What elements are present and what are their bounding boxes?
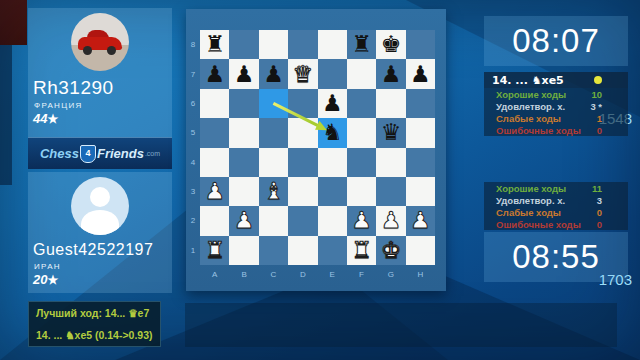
square-f8[interactable]: ♜	[347, 30, 376, 59]
white-rook: ♜	[351, 239, 372, 262]
square-g4[interactable]	[376, 148, 405, 177]
engine-hint-box: Лучший ход: 14... ♛e7 14. ... ♞xe5 (0.14…	[28, 301, 161, 347]
stat-row: Ошибочные ходы0	[484, 124, 628, 136]
stat-label: Удовлетвор. х.	[496, 195, 565, 206]
app-window: Rh31290 ФРАНЦИЯ 44★ 1548 Chess4Friends.c…	[0, 0, 640, 360]
black-pawn: ♟	[381, 63, 402, 86]
move-quality-stats-bottom: Хорошие ходы11Удовлетвор. х.3Слабые ходы…	[484, 182, 628, 230]
person-icon	[90, 187, 110, 207]
stat-value: 3 *	[590, 101, 602, 112]
square-b6[interactable]	[229, 89, 258, 118]
turn-indicator-dot	[594, 76, 602, 84]
white-pawn: ♟	[410, 209, 431, 232]
square-d2[interactable]	[288, 206, 317, 235]
stat-value: 11	[592, 183, 602, 194]
square-e5[interactable]: ♞	[318, 118, 347, 147]
clock-top: 08:07	[484, 16, 628, 66]
stat-value: 1	[597, 113, 602, 124]
file-labels: ABCDEFGH	[200, 267, 435, 281]
square-e1[interactable]	[318, 236, 347, 265]
square-e2[interactable]	[318, 206, 347, 235]
square-f1[interactable]: ♜	[347, 236, 376, 265]
stat-row: Ошибочные ходы0	[484, 218, 628, 230]
background-edge	[0, 45, 12, 185]
stat-value: 0	[597, 125, 602, 136]
square-h2[interactable]: ♟	[406, 206, 435, 235]
stat-row: Удовлетвор. х.3	[484, 194, 628, 206]
stat-label: Хорошие ходы	[496, 89, 566, 100]
black-rook: ♜	[351, 33, 372, 56]
rank-labels: 87654321	[186, 30, 200, 265]
square-c1[interactable]	[259, 236, 288, 265]
stat-label: Ошибочные ходы	[496, 219, 581, 230]
black-rook: ♜	[204, 33, 225, 56]
square-e8[interactable]	[318, 30, 347, 59]
file-label-d: D	[288, 267, 317, 281]
square-g1[interactable]: ♚	[376, 236, 405, 265]
played-move-eval: 14. ... ♞xe5 (0.14->0.93)	[36, 329, 156, 341]
black-king: ♚	[381, 33, 402, 56]
square-d8[interactable]	[288, 30, 317, 59]
last-move-text: 14. ... ♞xe5	[492, 74, 564, 87]
player-top-stars: 44★	[33, 111, 58, 126]
square-d7[interactable]: ♛	[288, 59, 317, 88]
stat-label: Слабые ходы	[496, 207, 561, 218]
rank-label-1: 1	[186, 236, 200, 265]
file-label-e: E	[318, 267, 347, 281]
clock-top-time: 08:07	[512, 22, 600, 60]
square-b3[interactable]	[229, 177, 258, 206]
square-g3[interactable]	[376, 177, 405, 206]
square-d1[interactable]	[288, 236, 317, 265]
square-g6[interactable]	[376, 89, 405, 118]
stat-value: 3	[597, 195, 602, 206]
best-move-hint: Лучший ход: 14... ♛e7	[36, 307, 156, 319]
square-g2[interactable]: ♟	[376, 206, 405, 235]
chess4friends-logo: Chess4Friends.com	[28, 137, 172, 169]
black-pawn: ♟	[204, 63, 225, 86]
square-d4[interactable]	[288, 148, 317, 177]
square-h4[interactable]	[406, 148, 435, 177]
player-top-name: Rh31290	[33, 77, 114, 99]
stat-row: Хорошие ходы10	[484, 88, 628, 100]
square-f6[interactable]	[347, 89, 376, 118]
white-pawn: ♟	[381, 209, 402, 232]
square-b7[interactable]: ♟	[229, 59, 258, 88]
white-king: ♚	[381, 239, 402, 262]
stat-label: Хорошие ходы	[496, 183, 566, 194]
square-b1[interactable]	[229, 236, 258, 265]
file-label-h: H	[406, 267, 435, 281]
square-b4[interactable]	[229, 148, 258, 177]
square-e4[interactable]	[318, 148, 347, 177]
square-f3[interactable]	[347, 177, 376, 206]
white-pawn: ♟	[234, 209, 255, 232]
stat-row: Удовлетвор. х.3 *	[484, 100, 628, 112]
rank-label-7: 7	[186, 59, 200, 88]
star-icon: ★	[47, 112, 58, 126]
square-a2[interactable]	[200, 206, 229, 235]
stat-label: Удовлетвор. х.	[496, 101, 565, 112]
black-queen: ♛	[381, 121, 402, 144]
player-bottom-stars: 20★	[33, 272, 58, 287]
square-d5[interactable]	[288, 118, 317, 147]
square-f2[interactable]: ♟	[347, 206, 376, 235]
stat-row: Хорошие ходы11	[484, 182, 628, 194]
square-b5[interactable]	[229, 118, 258, 147]
square-f5[interactable]	[347, 118, 376, 147]
square-a4[interactable]	[200, 148, 229, 177]
stat-value: 10	[591, 89, 602, 100]
square-c5[interactable]	[259, 118, 288, 147]
square-c8[interactable]	[259, 30, 288, 59]
file-label-a: A	[200, 267, 229, 281]
logo-shield-icon: 4	[80, 145, 96, 163]
square-h1[interactable]	[406, 236, 435, 265]
chess-board: 87654321 ABCDEFGH ♜♜♚♟♟♟♛♟♟♟♞♛♟♝♟♟♟♟♜♜♚	[186, 9, 446, 291]
player-top-country: ФРАНЦИЯ	[34, 101, 83, 110]
white-pawn: ♟	[351, 209, 372, 232]
square-b8[interactable]	[229, 30, 258, 59]
white-rook: ♜	[204, 239, 225, 262]
black-pawn: ♟	[263, 63, 284, 86]
square-a1[interactable]: ♜	[200, 236, 229, 265]
white-bishop: ♝	[263, 180, 284, 203]
file-label-b: B	[229, 267, 258, 281]
stat-row: Слабые ходы1	[484, 112, 628, 124]
square-d3[interactable]	[288, 177, 317, 206]
square-a8[interactable]: ♜	[200, 30, 229, 59]
black-pawn: ♟	[234, 63, 255, 86]
square-c6[interactable]	[259, 89, 288, 118]
square-h8[interactable]	[406, 30, 435, 59]
rank-label-3: 3	[186, 177, 200, 206]
avatar-player-top	[71, 13, 129, 71]
stat-value: 0	[597, 219, 602, 230]
stat-label: Ошибочные ходы	[496, 125, 581, 136]
square-c3[interactable]: ♝	[259, 177, 288, 206]
square-g5[interactable]: ♛	[376, 118, 405, 147]
last-move-row: 14. ... ♞xe5	[484, 72, 628, 88]
clock-bottom-time: 08:55	[512, 238, 600, 276]
square-g7[interactable]: ♟	[376, 59, 405, 88]
square-a3[interactable]: ♟	[200, 177, 229, 206]
move-quality-stats-top: Хорошие ходы10Удовлетвор. х.3 *Слабые хо…	[484, 88, 628, 136]
file-label-g: G	[376, 267, 405, 281]
square-c2[interactable]	[259, 206, 288, 235]
white-queen: ♛	[293, 63, 314, 86]
star-icon: ★	[47, 273, 58, 287]
square-c4[interactable]	[259, 148, 288, 177]
rank-label-4: 4	[186, 148, 200, 177]
black-knight: ♞	[322, 121, 343, 144]
file-label-f: F	[347, 267, 376, 281]
player-bottom-country: ИРАН	[34, 262, 61, 271]
bottom-bar	[185, 303, 617, 347]
clock-bottom: 08:55	[484, 232, 628, 282]
square-b2[interactable]: ♟	[229, 206, 258, 235]
background-corner-accent	[0, 0, 27, 45]
rank-label-5: 5	[186, 118, 200, 147]
square-h6[interactable]	[406, 89, 435, 118]
square-a7[interactable]: ♟	[200, 59, 229, 88]
stat-label: Слабые ходы	[496, 113, 561, 124]
rank-label-8: 8	[186, 30, 200, 59]
square-c7[interactable]: ♟	[259, 59, 288, 88]
square-f7[interactable]	[347, 59, 376, 88]
black-pawn: ♟	[322, 92, 343, 115]
square-e7[interactable]	[318, 59, 347, 88]
square-a6[interactable]	[200, 89, 229, 118]
player-bottom-name: Guest42522197	[33, 241, 153, 259]
square-h7[interactable]: ♟	[406, 59, 435, 88]
square-h5[interactable]	[406, 118, 435, 147]
black-pawn: ♟	[410, 63, 431, 86]
square-a5[interactable]	[200, 118, 229, 147]
square-g8[interactable]: ♚	[376, 30, 405, 59]
white-pawn: ♟	[204, 180, 225, 203]
board-squares: ♜♜♚♟♟♟♛♟♟♟♞♛♟♝♟♟♟♟♜♜♚	[200, 30, 435, 265]
avatar-player-bottom	[71, 177, 129, 235]
square-e3[interactable]	[318, 177, 347, 206]
rank-label-6: 6	[186, 89, 200, 118]
stat-row: Слабые ходы0	[484, 206, 628, 218]
file-label-c: C	[259, 267, 288, 281]
square-e6[interactable]: ♟	[318, 89, 347, 118]
square-h3[interactable]	[406, 177, 435, 206]
stat-value: 0	[597, 207, 602, 218]
square-f4[interactable]	[347, 148, 376, 177]
square-d6[interactable]	[288, 89, 317, 118]
rank-label-2: 2	[186, 206, 200, 235]
